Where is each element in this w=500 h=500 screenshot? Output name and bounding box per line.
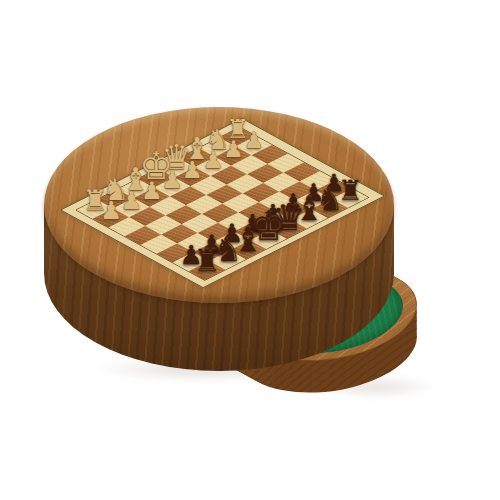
chess-piece[interactable]: ♜ bbox=[193, 246, 220, 277]
chess-piece[interactable]: ♟ bbox=[120, 189, 142, 213]
chess-piece[interactable]: ♟ bbox=[203, 149, 224, 172]
chess-piece[interactable]: ♟ bbox=[223, 139, 243, 162]
chess-piece[interactable]: ♟ bbox=[100, 199, 122, 224]
product-photo-stage: ♜♟♞♟♝♟♛♟♚♟♝♟♟♜♞♟♟♞♜♟♟♝♟♛♟♚♟♝♟♞♟♜ bbox=[0, 0, 500, 500]
chess-piece[interactable]: ♟ bbox=[162, 169, 183, 193]
chess-piece[interactable]: ♟ bbox=[141, 179, 163, 203]
chess-piece[interactable]: ♟ bbox=[244, 129, 264, 152]
chess-piece[interactable]: ♟ bbox=[182, 159, 203, 182]
